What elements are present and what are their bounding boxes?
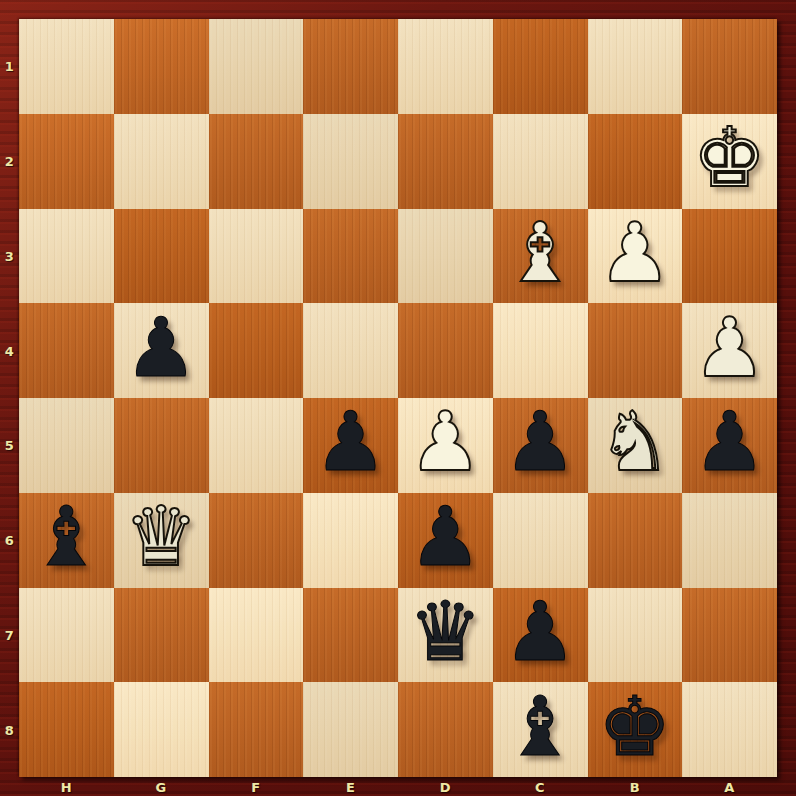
square-h7[interactable] — [19, 588, 114, 683]
piece-black-queen[interactable]: ♛ — [409, 591, 483, 673]
square-c6[interactable] — [493, 493, 588, 588]
piece-black-pawn[interactable]: ♟ — [314, 401, 388, 483]
square-a3[interactable] — [682, 209, 777, 304]
file-label-a: A — [724, 779, 735, 794]
piece-black-king[interactable]: ♚ — [598, 686, 672, 768]
square-e4[interactable] — [303, 303, 398, 398]
file-label-e: E — [346, 779, 355, 794]
square-d7[interactable]: ♛ — [398, 588, 493, 683]
file-label-f: F — [251, 779, 260, 794]
piece-white-pawn[interactable]: ♟ — [693, 307, 767, 389]
square-c2[interactable] — [493, 114, 588, 209]
square-d8[interactable] — [398, 682, 493, 777]
square-a4[interactable]: ♟ — [682, 303, 777, 398]
square-f1[interactable] — [209, 19, 304, 114]
file-label-d: D — [440, 779, 451, 794]
rank-label-8: 8 — [5, 722, 15, 737]
square-b2[interactable] — [588, 114, 683, 209]
square-g1[interactable] — [114, 19, 209, 114]
square-e8[interactable] — [303, 682, 398, 777]
file-label-b: B — [630, 779, 640, 794]
piece-black-pawn[interactable]: ♟ — [124, 307, 198, 389]
square-b5[interactable]: ♞ — [588, 398, 683, 493]
piece-black-bishop[interactable]: ♝ — [503, 686, 577, 768]
rank-label-1: 1 — [5, 59, 15, 74]
square-c3[interactable]: ♝ — [493, 209, 588, 304]
square-b4[interactable] — [588, 303, 683, 398]
square-f4[interactable] — [209, 303, 304, 398]
square-h6[interactable]: ♝ — [19, 493, 114, 588]
square-g2[interactable] — [114, 114, 209, 209]
square-h1[interactable] — [19, 19, 114, 114]
piece-black-pawn[interactable]: ♟ — [503, 401, 577, 483]
square-f3[interactable] — [209, 209, 304, 304]
square-h2[interactable] — [19, 114, 114, 209]
square-d1[interactable] — [398, 19, 493, 114]
square-a1[interactable] — [682, 19, 777, 114]
square-a8[interactable] — [682, 682, 777, 777]
piece-white-bishop[interactable]: ♝ — [503, 212, 577, 294]
square-h8[interactable] — [19, 682, 114, 777]
square-b7[interactable] — [588, 588, 683, 683]
square-b8[interactable]: ♚ — [588, 682, 683, 777]
piece-black-bishop[interactable]: ♝ — [30, 496, 104, 578]
board-frame: ♚♝♟♟♟♟♟♟♞♟♝♛♟♛♟♝♚ 12345678HGFEDCBA — [0, 0, 796, 796]
square-e3[interactable] — [303, 209, 398, 304]
square-f7[interactable] — [209, 588, 304, 683]
square-e5[interactable]: ♟ — [303, 398, 398, 493]
square-d5[interactable]: ♟ — [398, 398, 493, 493]
square-h3[interactable] — [19, 209, 114, 304]
piece-black-pawn[interactable]: ♟ — [409, 496, 483, 578]
square-g5[interactable] — [114, 398, 209, 493]
square-g4[interactable]: ♟ — [114, 303, 209, 398]
square-b1[interactable] — [588, 19, 683, 114]
square-h4[interactable] — [19, 303, 114, 398]
square-h5[interactable] — [19, 398, 114, 493]
rank-label-5: 5 — [5, 438, 15, 453]
square-d2[interactable] — [398, 114, 493, 209]
square-d4[interactable] — [398, 303, 493, 398]
square-c5[interactable]: ♟ — [493, 398, 588, 493]
square-b6[interactable] — [588, 493, 683, 588]
square-g6[interactable]: ♛ — [114, 493, 209, 588]
square-c8[interactable]: ♝ — [493, 682, 588, 777]
square-d6[interactable]: ♟ — [398, 493, 493, 588]
square-a7[interactable] — [682, 588, 777, 683]
piece-black-pawn[interactable]: ♟ — [503, 591, 577, 673]
square-g8[interactable] — [114, 682, 209, 777]
square-a5[interactable]: ♟ — [682, 398, 777, 493]
square-c7[interactable]: ♟ — [493, 588, 588, 683]
square-a6[interactable] — [682, 493, 777, 588]
square-e6[interactable] — [303, 493, 398, 588]
square-f6[interactable] — [209, 493, 304, 588]
piece-white-knight[interactable]: ♞ — [598, 401, 672, 483]
piece-white-pawn[interactable]: ♟ — [598, 212, 672, 294]
piece-white-king[interactable]: ♚ — [693, 117, 767, 199]
rank-label-6: 6 — [5, 533, 15, 548]
square-g3[interactable] — [114, 209, 209, 304]
square-f8[interactable] — [209, 682, 304, 777]
piece-white-queen[interactable]: ♛ — [124, 496, 198, 578]
chess-board: ♚♝♟♟♟♟♟♟♞♟♝♛♟♛♟♝♚ — [19, 19, 777, 777]
square-f2[interactable] — [209, 114, 304, 209]
square-e7[interactable] — [303, 588, 398, 683]
square-e2[interactable] — [303, 114, 398, 209]
rank-label-2: 2 — [5, 154, 15, 169]
square-c4[interactable] — [493, 303, 588, 398]
file-label-g: G — [156, 779, 167, 794]
piece-white-pawn[interactable]: ♟ — [409, 401, 483, 483]
file-label-h: H — [61, 779, 72, 794]
rank-label-3: 3 — [5, 248, 15, 263]
square-d3[interactable] — [398, 209, 493, 304]
square-f5[interactable] — [209, 398, 304, 493]
square-g7[interactable] — [114, 588, 209, 683]
square-b3[interactable]: ♟ — [588, 209, 683, 304]
rank-label-4: 4 — [5, 343, 15, 358]
square-e1[interactable] — [303, 19, 398, 114]
rank-label-7: 7 — [5, 627, 15, 642]
square-c1[interactable] — [493, 19, 588, 114]
piece-black-pawn[interactable]: ♟ — [693, 401, 767, 483]
square-a2[interactable]: ♚ — [682, 114, 777, 209]
file-label-c: C — [535, 779, 545, 794]
